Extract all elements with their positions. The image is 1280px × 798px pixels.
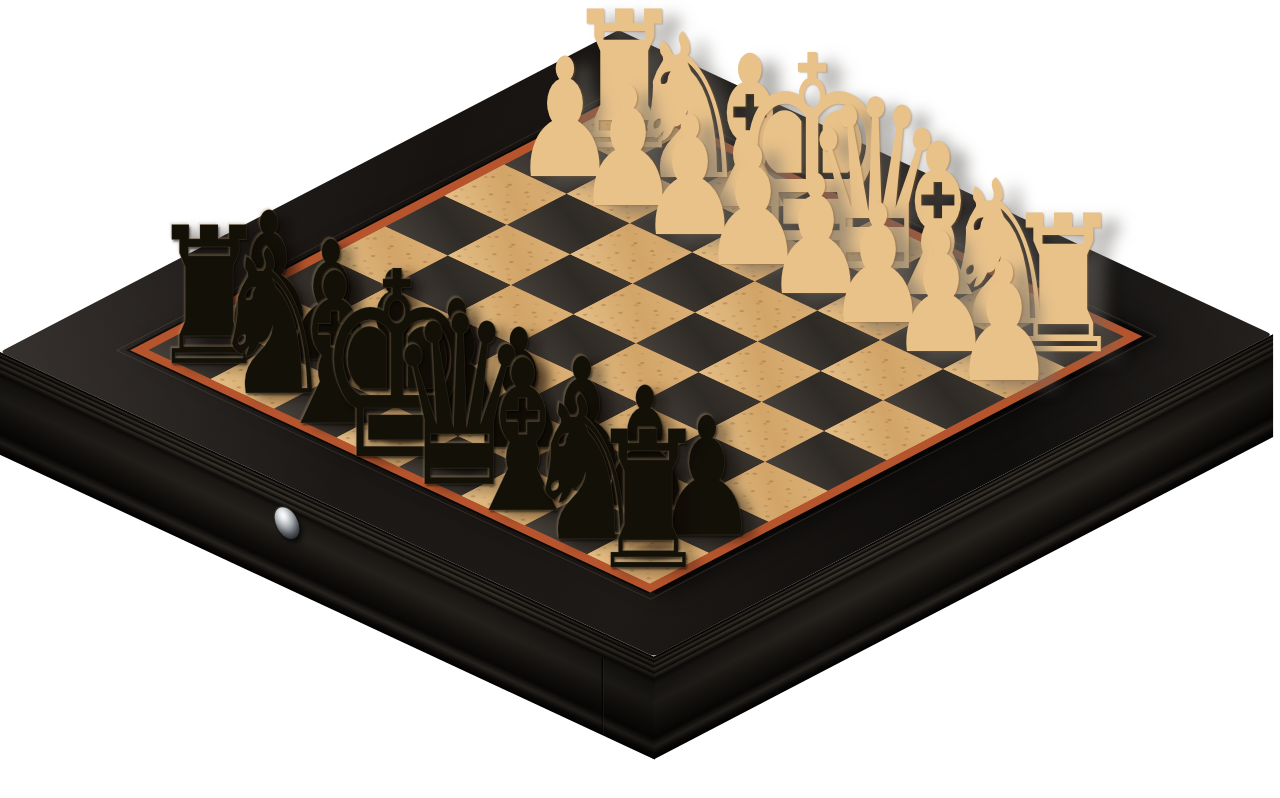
product-photo-scene: ♜♟♟♜♞♟♟♞♝♟♟♝♚♟♟♚♛♟♟♛♝♟♟♝♞♟♟♞♜♟♟♜: [0, 0, 1280, 798]
piece-black-rook-a8[interactable]: ♜: [588, 407, 707, 597]
pieces-layer: ♜♟♟♜♞♟♟♞♝♟♟♝♚♟♟♚♛♟♟♛♝♟♟♝♞♟♟♞♜♟♟♜: [0, 0, 1280, 798]
piece-white-pawn-a2[interactable]: ♟: [952, 241, 1056, 406]
